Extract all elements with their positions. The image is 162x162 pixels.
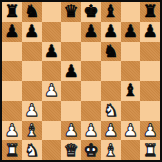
square-d8[interactable]: ♛ — [61, 2, 81, 22]
chess-board: ♜♞♛♚♝♜♟♟♟♟♟♟♟♞♟♟♝♟♞♟♝♟♟♟♟♟♜♞♛♚♝♜ — [0, 0, 162, 162]
square-a7[interactable]: ♟ — [2, 22, 22, 42]
square-g4[interactable]: ♝ — [121, 81, 141, 101]
square-g7[interactable]: ♟ — [121, 22, 141, 42]
square-b3[interactable]: ♟ — [22, 101, 42, 121]
piece-white-bishop[interactable]: ♝ — [24, 121, 39, 138]
piece-white-knight[interactable]: ♞ — [103, 102, 118, 119]
square-g6[interactable] — [121, 42, 141, 62]
square-h3[interactable] — [140, 101, 160, 121]
piece-black-pawn[interactable]: ♟ — [44, 42, 59, 59]
square-g8[interactable] — [121, 2, 141, 22]
piece-white-pawn[interactable]: ♟ — [64, 121, 79, 138]
square-h8[interactable]: ♜ — [140, 2, 160, 22]
square-h5[interactable] — [140, 61, 160, 81]
piece-black-knight[interactable]: ♞ — [103, 42, 118, 59]
square-a4[interactable] — [2, 81, 22, 101]
piece-black-pawn[interactable]: ♟ — [24, 23, 39, 40]
piece-black-pawn[interactable]: ♟ — [64, 62, 79, 79]
square-b5[interactable] — [22, 61, 42, 81]
square-e7[interactable]: ♟ — [81, 22, 101, 42]
square-c4[interactable]: ♟ — [42, 81, 62, 101]
piece-white-queen[interactable]: ♛ — [64, 141, 79, 158]
piece-white-pawn[interactable]: ♟ — [103, 121, 118, 138]
piece-black-pawn[interactable]: ♟ — [103, 23, 118, 40]
piece-white-pawn[interactable]: ♟ — [83, 121, 98, 138]
piece-white-pawn[interactable]: ♟ — [143, 121, 158, 138]
piece-black-rook[interactable]: ♜ — [143, 3, 158, 20]
square-c2[interactable] — [42, 121, 62, 141]
square-d1[interactable]: ♛ — [61, 140, 81, 160]
square-d2[interactable]: ♟ — [61, 121, 81, 141]
square-b2[interactable]: ♝ — [22, 121, 42, 141]
square-b8[interactable]: ♞ — [22, 2, 42, 22]
square-e1[interactable]: ♚ — [81, 140, 101, 160]
square-h2[interactable]: ♟ — [140, 121, 160, 141]
square-d4[interactable] — [61, 81, 81, 101]
square-b7[interactable]: ♟ — [22, 22, 42, 42]
square-f2[interactable]: ♟ — [101, 121, 121, 141]
square-e6[interactable] — [81, 42, 101, 62]
piece-white-king[interactable]: ♚ — [83, 141, 98, 158]
square-c7[interactable] — [42, 22, 62, 42]
piece-black-king[interactable]: ♚ — [83, 3, 98, 20]
square-f6[interactable]: ♞ — [101, 42, 121, 62]
square-e3[interactable] — [81, 101, 101, 121]
square-a2[interactable]: ♟ — [2, 121, 22, 141]
piece-black-bishop[interactable]: ♝ — [103, 3, 118, 20]
piece-white-pawn[interactable]: ♟ — [4, 121, 19, 138]
square-h4[interactable] — [140, 81, 160, 101]
piece-white-knight[interactable]: ♞ — [24, 141, 39, 158]
piece-black-queen[interactable]: ♛ — [64, 3, 79, 20]
square-a3[interactable] — [2, 101, 22, 121]
square-a5[interactable] — [2, 61, 22, 81]
piece-white-rook[interactable]: ♜ — [4, 141, 19, 158]
square-h6[interactable] — [140, 42, 160, 62]
square-f7[interactable]: ♟ — [101, 22, 121, 42]
square-d5[interactable]: ♟ — [61, 61, 81, 81]
square-h1[interactable]: ♜ — [140, 140, 160, 160]
square-e4[interactable] — [81, 81, 101, 101]
square-a8[interactable]: ♜ — [2, 2, 22, 22]
square-e2[interactable]: ♟ — [81, 121, 101, 141]
chess-board-wrapper: ♜♞♛♚♝♜♟♟♟♟♟♟♟♞♟♟♝♟♞♟♝♟♟♟♟♟♜♞♛♚♝♜ — [0, 0, 162, 162]
square-a1[interactable]: ♜ — [2, 140, 22, 160]
piece-black-pawn[interactable]: ♟ — [83, 23, 98, 40]
piece-white-pawn[interactable]: ♟ — [24, 102, 39, 119]
square-d3[interactable] — [61, 101, 81, 121]
piece-black-pawn[interactable]: ♟ — [123, 23, 138, 40]
piece-black-pawn[interactable]: ♟ — [143, 23, 158, 40]
square-d6[interactable] — [61, 42, 81, 62]
square-c3[interactable] — [42, 101, 62, 121]
square-b6[interactable] — [22, 42, 42, 62]
piece-white-rook[interactable]: ♜ — [143, 141, 158, 158]
piece-black-bishop[interactable]: ♝ — [123, 82, 138, 99]
square-f3[interactable]: ♞ — [101, 101, 121, 121]
square-c6[interactable]: ♟ — [42, 42, 62, 62]
piece-black-pawn[interactable]: ♟ — [4, 23, 19, 40]
square-g1[interactable] — [121, 140, 141, 160]
piece-black-knight[interactable]: ♞ — [24, 3, 39, 20]
square-f8[interactable]: ♝ — [101, 2, 121, 22]
square-b4[interactable] — [22, 81, 42, 101]
square-c5[interactable] — [42, 61, 62, 81]
square-f5[interactable] — [101, 61, 121, 81]
square-a6[interactable] — [2, 42, 22, 62]
square-h7[interactable]: ♟ — [140, 22, 160, 42]
square-c1[interactable] — [42, 140, 62, 160]
square-e8[interactable]: ♚ — [81, 2, 101, 22]
piece-white-bishop[interactable]: ♝ — [103, 141, 118, 158]
square-d7[interactable] — [61, 22, 81, 42]
square-g3[interactable] — [121, 101, 141, 121]
square-g2[interactable]: ♟ — [121, 121, 141, 141]
square-b1[interactable]: ♞ — [22, 140, 42, 160]
piece-white-pawn[interactable]: ♟ — [44, 82, 59, 99]
square-c8[interactable] — [42, 2, 62, 22]
square-e5[interactable] — [81, 61, 101, 81]
square-f4[interactable] — [101, 81, 121, 101]
square-f1[interactable]: ♝ — [101, 140, 121, 160]
square-g5[interactable] — [121, 61, 141, 81]
piece-white-pawn[interactable]: ♟ — [123, 121, 138, 138]
piece-black-rook[interactable]: ♜ — [4, 3, 19, 20]
